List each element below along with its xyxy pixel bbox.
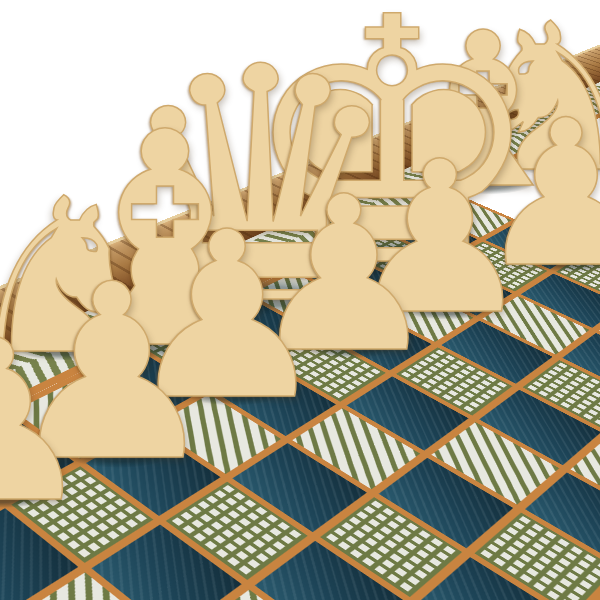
chess-set-photo: ♞♝♛♚♝♞♟♟♟♟♟♟ bbox=[0, 0, 600, 600]
chess-pieces: ♞♝♛♚♝♞♟♟♟♟♟♟ bbox=[0, 0, 600, 600]
piece-pawn-b2: ♟ bbox=[0, 311, 96, 533]
